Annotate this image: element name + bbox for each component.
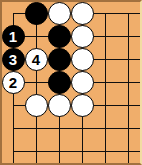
white-stone	[71, 71, 94, 94]
white-stone	[48, 2, 71, 25]
black-stone	[48, 71, 71, 94]
black-stone	[25, 2, 48, 25]
white-stone	[25, 94, 48, 117]
grid-hline	[13, 128, 140, 129]
black-stone-move-3: 3	[2, 48, 25, 71]
white-stone	[71, 25, 94, 48]
white-stone	[48, 94, 71, 117]
white-stone	[71, 94, 94, 117]
white-stone	[71, 48, 94, 71]
black-stone-move-1: 1	[2, 25, 25, 48]
grid-hline	[13, 151, 140, 152]
black-stone	[48, 48, 71, 71]
white-stone	[71, 2, 94, 25]
white-stone-move-2: 2	[2, 71, 25, 94]
black-stone	[48, 25, 71, 48]
go-board: 1342	[0, 0, 142, 165]
white-stone-move-4: 4	[25, 48, 48, 71]
